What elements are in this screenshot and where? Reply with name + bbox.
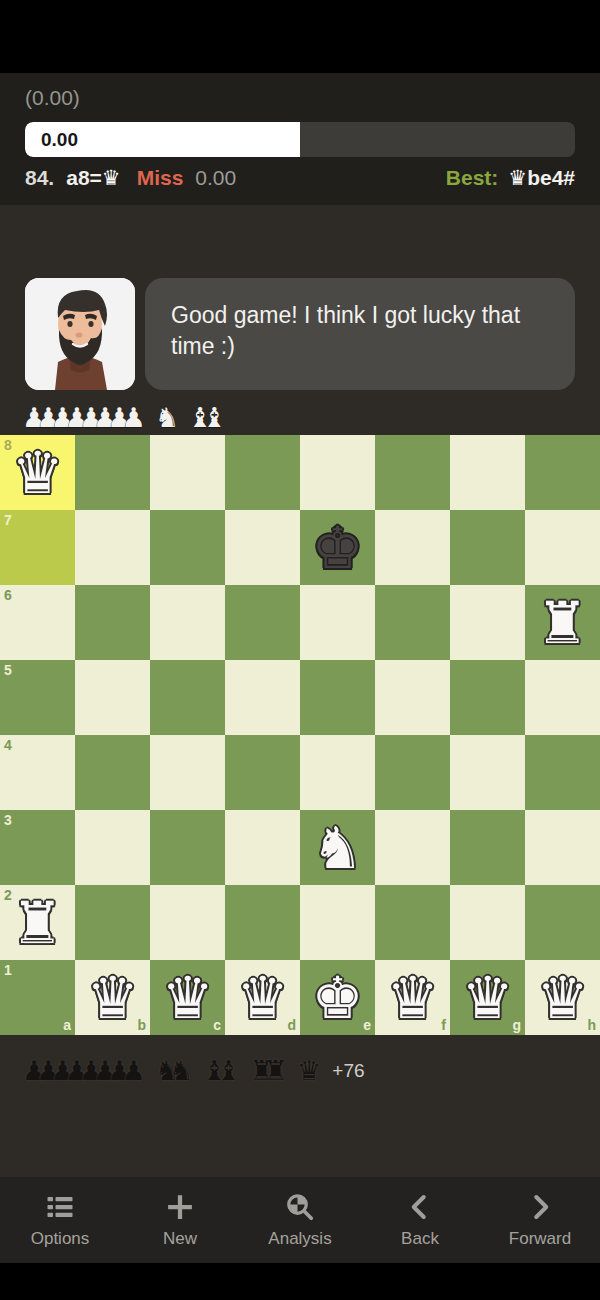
rank-label-6: 6 — [4, 587, 12, 603]
rank-label-1: 1 — [4, 962, 12, 978]
rank-label-4: 4 — [4, 737, 12, 753]
new-game-button[interactable]: New — [120, 1192, 240, 1249]
captured-black-rook: ♜ — [264, 1057, 288, 1084]
rank-label-5: 5 — [4, 662, 12, 678]
piece-white-queen[interactable]: ♛ — [0, 435, 75, 510]
avatar-image — [25, 278, 135, 390]
square-c3[interactable] — [150, 810, 225, 885]
square-c1[interactable]: c♛ — [150, 960, 225, 1035]
captured-group-bB: ♝♝ — [202, 1057, 240, 1084]
square-d8[interactable] — [225, 435, 300, 510]
square-f8[interactable] — [375, 435, 450, 510]
square-c7[interactable] — [150, 510, 225, 585]
captured-black-queen: ♛ — [297, 1057, 321, 1084]
square-c4[interactable] — [150, 735, 225, 810]
square-a7[interactable]: 7 — [0, 510, 75, 585]
options-button[interactable]: Options — [0, 1192, 120, 1249]
piece-white-queen[interactable]: ♛ — [75, 960, 150, 1035]
square-c5[interactable] — [150, 660, 225, 735]
piece-white-queen[interactable]: ♛ — [525, 960, 600, 1035]
square-f4[interactable] — [375, 735, 450, 810]
captured-group-wN: ♞ — [155, 404, 179, 431]
opponent-avatar[interactable] — [25, 278, 135, 390]
captured-white-knight: ♞ — [155, 404, 179, 431]
square-b4[interactable] — [75, 735, 150, 810]
square-e3[interactable]: ♞ — [300, 810, 375, 885]
square-a4[interactable]: 4 — [0, 735, 75, 810]
square-a2[interactable]: 2♜ — [0, 885, 75, 960]
captured-group-wB: ♝♝ — [188, 404, 226, 431]
captured-group-bR: ♜♜ — [250, 1057, 288, 1084]
square-e1[interactable]: e♚ — [300, 960, 375, 1035]
rank-label-7: 7 — [4, 512, 12, 528]
bottom-navigation: Options New Analysis — [0, 1177, 600, 1263]
square-g3[interactable] — [450, 810, 525, 885]
captured-pieces-bottom-glyphs: ♟♟♟♟♟♟♟♟♞♞♝♝♜♜♛ — [22, 1057, 330, 1084]
new-label: New — [163, 1229, 197, 1249]
captured-group-wP: ♟♟♟♟♟♟♟♟ — [22, 404, 146, 431]
forward-button[interactable]: Forward — [480, 1192, 600, 1249]
square-f6[interactable] — [375, 585, 450, 660]
square-d4[interactable] — [225, 735, 300, 810]
captured-group-bN: ♞♞ — [155, 1057, 193, 1084]
square-c8[interactable] — [150, 435, 225, 510]
back-label: Back — [401, 1229, 439, 1249]
rank-label-3: 3 — [4, 812, 12, 828]
square-h8[interactable] — [525, 435, 600, 510]
square-b6[interactable] — [75, 585, 150, 660]
square-d6[interactable] — [225, 585, 300, 660]
square-e5[interactable] — [300, 660, 375, 735]
piece-black-king[interactable]: ♚ — [300, 510, 375, 585]
analysis-magnifier-icon — [285, 1192, 315, 1222]
analysis-label: Analysis — [268, 1229, 331, 1249]
captured-group-bP: ♟♟♟♟♟♟♟♟ — [22, 1057, 146, 1084]
captured-pieces-bottom: ♟♟♟♟♟♟♟♟♞♞♝♝♜♜♛ +76 — [0, 1053, 600, 1088]
square-h2[interactable] — [525, 885, 600, 960]
square-a5[interactable]: 5 — [0, 660, 75, 735]
square-h7[interactable] — [525, 510, 600, 585]
square-d2[interactable] — [225, 885, 300, 960]
chess-board: 8♛7♚6♜543♞2♜1ab♛c♛d♛e♚f♛g♛h♛ — [0, 435, 600, 1035]
options-label: Options — [31, 1229, 90, 1249]
square-h3[interactable] — [525, 810, 600, 885]
evaluation-score: (0.00) — [25, 85, 575, 111]
piece-white-queen[interactable]: ♛ — [450, 960, 525, 1035]
square-e6[interactable] — [300, 585, 375, 660]
white-queen-icon: ♛ — [102, 168, 121, 189]
android-nav-area — [0, 1263, 600, 1300]
opponent-chat-row: Good game! I think I got lucky that time… — [25, 278, 600, 390]
square-a8[interactable]: 8♛ — [0, 435, 75, 510]
square-f5[interactable] — [375, 660, 450, 735]
square-b8[interactable] — [75, 435, 150, 510]
white-queen-icon: ♛ — [508, 168, 527, 189]
square-a1[interactable]: 1a — [0, 960, 75, 1035]
square-e2[interactable] — [300, 885, 375, 960]
square-g6[interactable] — [450, 585, 525, 660]
piece-white-knight[interactable]: ♞ — [300, 810, 375, 885]
piece-white-rook[interactable]: ♜ — [525, 585, 600, 660]
piece-white-queen[interactable]: ♛ — [225, 960, 300, 1035]
square-e4[interactable] — [300, 735, 375, 810]
square-g2[interactable] — [450, 885, 525, 960]
evaluation-panel: (0.00) 0.00 84. a8= ♛ Miss 0.00 Best: ♛ … — [0, 73, 600, 205]
back-button[interactable]: Back — [360, 1192, 480, 1249]
square-g5[interactable] — [450, 660, 525, 735]
evaluation-bar-value: 0.00 — [25, 129, 78, 151]
captured-white-bishop: ♝ — [202, 404, 226, 431]
piece-white-queen[interactable]: ♛ — [150, 960, 225, 1035]
evaluation-bar-fill: 0.00 — [25, 122, 300, 157]
square-b3[interactable] — [75, 810, 150, 885]
square-f7[interactable] — [375, 510, 450, 585]
captured-black-knight: ♞ — [169, 1057, 193, 1084]
new-plus-icon — [165, 1192, 195, 1222]
square-g4[interactable] — [450, 735, 525, 810]
square-d1[interactable]: d♛ — [225, 960, 300, 1035]
best-move: be4# — [527, 166, 575, 190]
square-g7[interactable] — [450, 510, 525, 585]
captured-black-pawn: ♟ — [122, 1057, 146, 1084]
square-h1[interactable]: h♛ — [525, 960, 600, 1035]
piece-white-rook[interactable]: ♜ — [0, 885, 75, 960]
square-h5[interactable] — [525, 660, 600, 735]
played-move: a8= — [66, 166, 102, 190]
move-info-row: 84. a8= ♛ Miss 0.00 Best: ♛ be4# — [25, 166, 575, 190]
captured-pieces-top: ♟♟♟♟♟♟♟♟♞♝♝ — [0, 400, 600, 435]
square-f2[interactable] — [375, 885, 450, 960]
square-f1[interactable]: f♛ — [375, 960, 450, 1035]
best-move-label: Best: — [446, 166, 499, 190]
move-classification: Miss — [137, 166, 184, 190]
piece-white-king[interactable]: ♚ — [300, 960, 375, 1035]
forward-chevron-icon — [525, 1192, 555, 1222]
square-b5[interactable] — [75, 660, 150, 735]
square-f3[interactable] — [375, 810, 450, 885]
square-b7[interactable] — [75, 510, 150, 585]
square-a6[interactable]: 6 — [0, 585, 75, 660]
square-a3[interactable]: 3 — [0, 810, 75, 885]
move-number: 84. — [25, 166, 54, 190]
chat-message-bubble: Good game! I think I got lucky that time… — [145, 278, 575, 390]
square-d3[interactable] — [225, 810, 300, 885]
analysis-button[interactable]: Analysis — [240, 1192, 360, 1249]
back-chevron-icon — [405, 1192, 435, 1222]
evaluation-bar: 0.00 — [25, 122, 575, 157]
square-h4[interactable] — [525, 735, 600, 810]
file-label-a: a — [63, 1017, 71, 1033]
square-g8[interactable] — [450, 435, 525, 510]
square-h6[interactable]: ♜ — [525, 585, 600, 660]
square-e7[interactable]: ♚ — [300, 510, 375, 585]
square-c6[interactable] — [150, 585, 225, 660]
captured-white-pawn: ♟ — [122, 404, 146, 431]
captured-black-bishop: ♝ — [216, 1057, 240, 1084]
status-bar — [0, 0, 600, 73]
square-d5[interactable] — [225, 660, 300, 735]
square-g1[interactable]: g♛ — [450, 960, 525, 1035]
forward-label: Forward — [509, 1229, 571, 1249]
square-c2[interactable] — [150, 885, 225, 960]
material-advantage: +76 — [332, 1060, 364, 1082]
square-b1[interactable]: b♛ — [75, 960, 150, 1035]
options-list-icon — [45, 1192, 75, 1222]
piece-white-queen[interactable]: ♛ — [375, 960, 450, 1035]
captured-group-bQ: ♛ — [297, 1057, 321, 1084]
square-d7[interactable] — [225, 510, 300, 585]
square-b2[interactable] — [75, 885, 150, 960]
classification-value: 0.00 — [195, 166, 236, 190]
app-screen: (0.00) 0.00 84. a8= ♛ Miss 0.00 Best: ♛ … — [0, 0, 600, 1300]
square-e8[interactable] — [300, 435, 375, 510]
